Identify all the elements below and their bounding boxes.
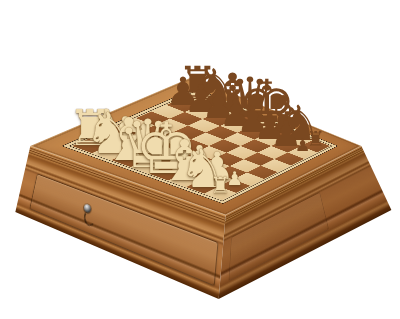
chess-piece[interactable]: ♜ <box>210 175 230 197</box>
chess-piece[interactable]: ♟ <box>295 138 311 156</box>
scene: ♜♞♝♛♚♝♞♜♟♟♟♟♟♟♟♟♟♟♟♟♟♟♟♟♜♞♝♛♚♝♞♜ <box>0 0 400 319</box>
knob-shadow <box>83 210 95 226</box>
